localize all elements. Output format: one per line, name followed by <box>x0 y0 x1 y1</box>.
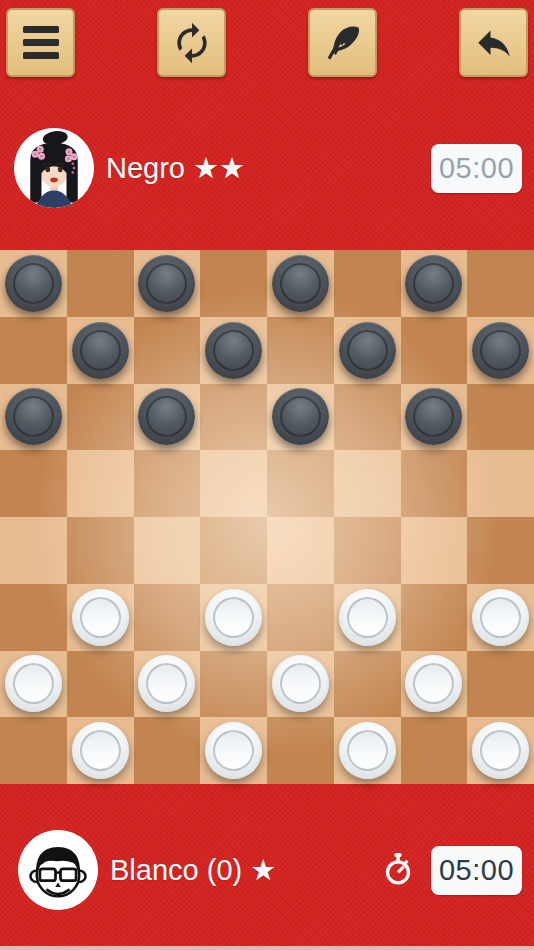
square-r6-c1[interactable] <box>67 651 134 718</box>
white-piece[interactable] <box>138 655 195 712</box>
square-r4-c2[interactable] <box>134 517 201 584</box>
square-r2-c7[interactable] <box>467 384 534 451</box>
square-r5-c0[interactable] <box>0 584 67 651</box>
white-piece[interactable] <box>472 722 529 779</box>
black-piece[interactable] <box>5 255 62 312</box>
square-r2-c6[interactable] <box>401 384 468 451</box>
square-r5-c7[interactable] <box>467 584 534 651</box>
stopwatch-icon <box>379 851 417 889</box>
square-r2-c3[interactable] <box>200 384 267 451</box>
menu-icon <box>23 26 59 59</box>
player-top-name: Negro ★★ <box>106 151 245 185</box>
square-r4-c6[interactable] <box>401 517 468 584</box>
black-piece[interactable] <box>472 322 529 379</box>
square-r1-c2[interactable] <box>134 317 201 384</box>
black-piece[interactable] <box>405 255 462 312</box>
girl-with-flowers-avatar <box>14 128 94 208</box>
player-top-timer: 05:00 <box>431 144 522 193</box>
toolbar <box>6 8 528 77</box>
white-piece[interactable] <box>5 655 62 712</box>
square-r7-c5[interactable] <box>334 717 401 784</box>
square-r0-c7[interactable] <box>467 250 534 317</box>
square-r0-c6[interactable] <box>401 250 468 317</box>
square-r1-c0[interactable] <box>0 317 67 384</box>
square-r3-c5[interactable] <box>334 450 401 517</box>
square-r0-c4[interactable] <box>267 250 334 317</box>
black-piece[interactable] <box>339 322 396 379</box>
square-r3-c0[interactable] <box>0 450 67 517</box>
square-r6-c0[interactable] <box>0 651 67 718</box>
square-r4-c7[interactable] <box>467 517 534 584</box>
black-piece[interactable] <box>138 388 195 445</box>
black-piece[interactable] <box>5 388 62 445</box>
square-r4-c1[interactable] <box>67 517 134 584</box>
player-bottom-row: Blanco (0) ★ 05:00 <box>18 830 522 910</box>
square-r5-c3[interactable] <box>200 584 267 651</box>
square-r0-c1[interactable] <box>67 250 134 317</box>
square-r7-c0[interactable] <box>0 717 67 784</box>
square-r2-c0[interactable] <box>0 384 67 451</box>
black-piece[interactable] <box>405 388 462 445</box>
feather-icon <box>322 22 364 64</box>
square-r6-c3[interactable] <box>200 651 267 718</box>
player-bottom-avatar <box>18 830 98 910</box>
square-r0-c5[interactable] <box>334 250 401 317</box>
square-r3-c7[interactable] <box>467 450 534 517</box>
square-r7-c1[interactable] <box>67 717 134 784</box>
white-piece[interactable] <box>472 589 529 646</box>
player-top-row: Negro ★★ 05:00 <box>14 128 522 208</box>
white-piece[interactable] <box>405 655 462 712</box>
player-bottom-name: Blanco (0) ★ <box>110 853 276 887</box>
square-r3-c3[interactable] <box>200 450 267 517</box>
black-piece[interactable] <box>272 255 329 312</box>
menu-button[interactable] <box>6 8 75 77</box>
square-r4-c3[interactable] <box>200 517 267 584</box>
white-piece[interactable] <box>72 589 129 646</box>
square-r3-c6[interactable] <box>401 450 468 517</box>
white-piece[interactable] <box>205 589 262 646</box>
black-piece[interactable] <box>205 322 262 379</box>
undo-button[interactable] <box>459 8 528 77</box>
sync-icon <box>170 21 214 65</box>
black-piece[interactable] <box>138 255 195 312</box>
square-r3-c4[interactable] <box>267 450 334 517</box>
white-piece[interactable] <box>339 722 396 779</box>
square-r4-c5[interactable] <box>334 517 401 584</box>
square-r7-c6[interactable] <box>401 717 468 784</box>
square-r7-c2[interactable] <box>134 717 201 784</box>
draw-offer-button[interactable] <box>308 8 377 77</box>
square-r6-c5[interactable] <box>334 651 401 718</box>
black-piece[interactable] <box>272 388 329 445</box>
square-r5-c2[interactable] <box>134 584 201 651</box>
square-r5-c4[interactable] <box>267 584 334 651</box>
square-r1-c3[interactable] <box>200 317 267 384</box>
undo-icon <box>473 22 515 64</box>
square-r2-c2[interactable] <box>134 384 201 451</box>
square-r3-c2[interactable] <box>134 450 201 517</box>
black-piece[interactable] <box>72 322 129 379</box>
square-r2-c5[interactable] <box>334 384 401 451</box>
square-r6-c6[interactable] <box>401 651 468 718</box>
new-game-button[interactable] <box>157 8 226 77</box>
checkers-app: Negro ★★ 05:00 Blanco (0) ★ <box>0 0 534 950</box>
square-r1-c5[interactable] <box>334 317 401 384</box>
boy-with-glasses-avatar <box>18 830 98 910</box>
white-piece[interactable] <box>339 589 396 646</box>
square-r1-c7[interactable] <box>467 317 534 384</box>
square-r6-c2[interactable] <box>134 651 201 718</box>
square-r1-c1[interactable] <box>67 317 134 384</box>
player-bottom-timer: 05:00 <box>431 846 522 895</box>
square-r7-c4[interactable] <box>267 717 334 784</box>
white-piece[interactable] <box>205 722 262 779</box>
white-piece[interactable] <box>72 722 129 779</box>
square-r1-c6[interactable] <box>401 317 468 384</box>
square-r3-c1[interactable] <box>67 450 134 517</box>
player-top-avatar <box>14 128 94 208</box>
square-r5-c5[interactable] <box>334 584 401 651</box>
square-r5-c6[interactable] <box>401 584 468 651</box>
bottom-edge-strip <box>0 946 534 950</box>
square-r6-c7[interactable] <box>467 651 534 718</box>
square-r6-c4[interactable] <box>267 651 334 718</box>
square-r4-c4[interactable] <box>267 517 334 584</box>
square-r0-c3[interactable] <box>200 250 267 317</box>
square-r0-c2[interactable] <box>134 250 201 317</box>
white-piece[interactable] <box>272 655 329 712</box>
board <box>0 250 534 784</box>
square-r7-c7[interactable] <box>467 717 534 784</box>
square-r2-c4[interactable] <box>267 384 334 451</box>
square-r0-c0[interactable] <box>0 250 67 317</box>
square-r7-c3[interactable] <box>200 717 267 784</box>
square-r5-c1[interactable] <box>67 584 134 651</box>
square-r4-c0[interactable] <box>0 517 67 584</box>
square-r2-c1[interactable] <box>67 384 134 451</box>
square-r1-c4[interactable] <box>267 317 334 384</box>
